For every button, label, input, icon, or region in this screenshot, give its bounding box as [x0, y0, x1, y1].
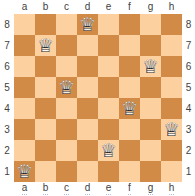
file-label-top-h: h — [161, 0, 182, 14]
square-h5[interactable] — [161, 77, 182, 98]
white-queen-outline-glyph: ♕ — [56, 77, 77, 98]
square-e4[interactable] — [98, 98, 119, 119]
white-queen-d8: ♛♕ — [77, 14, 98, 35]
rank-label-left-2: 2 — [0, 140, 14, 161]
rank-label-right-4: 4 — [182, 98, 195, 119]
square-a4[interactable] — [14, 98, 35, 119]
file-label-bottom-c-text[interactable]: c — [64, 183, 69, 195]
rank-label-right-2-text: 2 — [186, 146, 192, 156]
square-d3[interactable] — [77, 119, 98, 140]
square-e8[interactable] — [98, 14, 119, 35]
square-e6[interactable] — [98, 56, 119, 77]
rank-label-right-1: 1 — [182, 161, 195, 182]
rank-label-left-5: 5 — [0, 77, 14, 98]
square-c1[interactable] — [56, 161, 77, 182]
file-label-top-g: g — [140, 0, 161, 14]
square-b6[interactable] — [35, 56, 56, 77]
square-b3[interactable] — [35, 119, 56, 140]
file-label-bottom-b[interactable]: b — [35, 182, 56, 196]
square-a1[interactable]: ♛♕ — [14, 161, 35, 182]
file-label-top-e-text: e — [106, 2, 112, 12]
file-label-bottom-a-text[interactable]: a — [22, 183, 28, 195]
square-h7[interactable] — [161, 35, 182, 56]
file-label-top-a-text: a — [22, 2, 28, 12]
file-label-bottom-h-text[interactable]: h — [169, 183, 175, 195]
rank-label-left-3: 3 — [0, 119, 14, 140]
square-a6[interactable] — [14, 56, 35, 77]
square-e3[interactable] — [98, 119, 119, 140]
white-queen-e2: ♛♕ — [98, 140, 119, 161]
square-b2[interactable] — [35, 140, 56, 161]
white-queen-outline-glyph: ♕ — [119, 98, 140, 119]
rank-label-left-4-text: 4 — [4, 104, 10, 114]
square-f3[interactable] — [119, 119, 140, 140]
rank-label-right-7: 7 — [182, 35, 195, 56]
square-b5[interactable] — [35, 77, 56, 98]
file-label-bottom-b-text[interactable]: b — [43, 183, 49, 195]
file-label-top-h-text: h — [169, 2, 175, 12]
square-f1[interactable] — [119, 161, 140, 182]
square-h4[interactable] — [161, 98, 182, 119]
file-label-top-g-text: g — [148, 2, 154, 12]
square-f7[interactable] — [119, 35, 140, 56]
square-d6[interactable] — [77, 56, 98, 77]
square-a2[interactable] — [14, 140, 35, 161]
rank-label-right-5: 5 — [182, 77, 195, 98]
rank-label-left-8: 8 — [0, 14, 14, 35]
white-queen-outline-glyph: ♕ — [161, 119, 182, 140]
white-queen-outline-glyph: ♕ — [14, 161, 35, 182]
rank-label-left-1: 1 — [0, 161, 14, 182]
rank-label-right-8-text: 8 — [186, 20, 192, 30]
file-label-bottom-e-text[interactable]: e — [106, 183, 112, 195]
square-d7[interactable] — [77, 35, 98, 56]
square-f5[interactable] — [119, 77, 140, 98]
square-e7[interactable] — [98, 35, 119, 56]
rank-label-left-2-text: 2 — [4, 146, 10, 156]
rank-label-left-3-text: 3 — [4, 125, 10, 135]
rank-label-right-5-text: 5 — [186, 83, 192, 93]
square-b7[interactable]: ♛♕ — [35, 35, 56, 56]
file-label-bottom-g[interactable]: g — [140, 182, 161, 196]
rank-label-right-6: 6 — [182, 56, 195, 77]
rank-label-right-3-text: 3 — [186, 125, 192, 135]
square-g3[interactable] — [140, 119, 161, 140]
file-label-top-b-text: b — [43, 2, 49, 12]
chess-board-diagram: aabbccddeeffgghh8877665544332211♛♕♛♕♛♕♛♕… — [0, 0, 195, 196]
rank-label-left-5-text: 5 — [4, 83, 10, 93]
square-c3[interactable] — [56, 119, 77, 140]
square-b4[interactable] — [35, 98, 56, 119]
square-d2[interactable] — [77, 140, 98, 161]
white-queen-b7: ♛♕ — [35, 35, 56, 56]
square-g5[interactable] — [140, 77, 161, 98]
white-queen-outline-glyph: ♕ — [140, 56, 161, 77]
rank-label-right-6-text: 6 — [186, 62, 192, 72]
white-queen-h3: ♛♕ — [161, 119, 182, 140]
file-label-bottom-h[interactable]: h — [161, 182, 182, 196]
square-g8[interactable] — [140, 14, 161, 35]
rank-label-right-1-text: 1 — [186, 167, 192, 177]
rank-label-left-6: 6 — [0, 56, 14, 77]
rank-label-left-1-text: 1 — [4, 167, 10, 177]
file-label-top-f: f — [119, 0, 140, 14]
square-f6[interactable] — [119, 56, 140, 77]
square-b1[interactable] — [35, 161, 56, 182]
square-e1[interactable] — [98, 161, 119, 182]
rank-label-left-4: 4 — [0, 98, 14, 119]
square-c8[interactable] — [56, 14, 77, 35]
file-label-bottom-c[interactable]: c — [56, 182, 77, 196]
square-g1[interactable] — [140, 161, 161, 182]
white-queen-a1: ♛♕ — [14, 161, 35, 182]
white-queen-outline-glyph: ♕ — [77, 14, 98, 35]
file-label-bottom-g-text[interactable]: g — [148, 183, 154, 195]
rank-label-left-8-text: 8 — [4, 20, 10, 30]
square-a5[interactable] — [14, 77, 35, 98]
file-label-bottom-d-text[interactable]: d — [85, 183, 91, 195]
white-queen-c5: ♛♕ — [56, 77, 77, 98]
square-d1[interactable] — [77, 161, 98, 182]
file-label-bottom-d[interactable]: d — [77, 182, 98, 196]
file-label-top-d: d — [77, 0, 98, 14]
white-queen-f4: ♛♕ — [119, 98, 140, 119]
file-label-top-c-text: c — [64, 2, 69, 12]
white-queen-g6: ♛♕ — [140, 56, 161, 77]
white-queen-outline-glyph: ♕ — [98, 140, 119, 161]
file-label-top-e: e — [98, 0, 119, 14]
file-label-bottom-f-text[interactable]: f — [128, 183, 131, 195]
square-g4[interactable] — [140, 98, 161, 119]
square-g7[interactable] — [140, 35, 161, 56]
rank-label-right-2: 2 — [182, 140, 195, 161]
rank-label-left-7-text: 7 — [4, 41, 10, 51]
square-h8[interactable] — [161, 14, 182, 35]
file-label-top-b: b — [35, 0, 56, 14]
square-a3[interactable] — [14, 119, 35, 140]
square-h3[interactable]: ♛♕ — [161, 119, 182, 140]
square-f8[interactable] — [119, 14, 140, 35]
square-d4[interactable] — [77, 98, 98, 119]
square-h2[interactable] — [161, 140, 182, 161]
square-c6[interactable] — [56, 56, 77, 77]
square-a8[interactable] — [14, 14, 35, 35]
square-a7[interactable] — [14, 35, 35, 56]
square-f4[interactable]: ♛♕ — [119, 98, 140, 119]
white-queen-outline-glyph: ♕ — [35, 35, 56, 56]
rank-label-left-7: 7 — [0, 35, 14, 56]
square-h1[interactable] — [161, 161, 182, 182]
rank-label-right-3: 3 — [182, 119, 195, 140]
square-f2[interactable] — [119, 140, 140, 161]
rank-label-right-4-text: 4 — [186, 104, 192, 114]
square-d8[interactable]: ♛♕ — [77, 14, 98, 35]
square-b8[interactable] — [35, 14, 56, 35]
square-c2[interactable] — [56, 140, 77, 161]
file-label-bottom-a[interactable]: a — [14, 182, 35, 196]
square-e2[interactable]: ♛♕ — [98, 140, 119, 161]
file-label-top-c: c — [56, 0, 77, 14]
square-c4[interactable] — [56, 98, 77, 119]
rank-label-left-6-text: 6 — [4, 62, 10, 72]
file-label-top-a: a — [14, 0, 35, 14]
file-label-top-d-text: d — [85, 2, 91, 12]
file-label-bottom-e[interactable]: e — [98, 182, 119, 196]
square-g2[interactable] — [140, 140, 161, 161]
file-label-top-f-text: f — [128, 2, 131, 12]
square-g6[interactable]: ♛♕ — [140, 56, 161, 77]
rank-label-right-8: 8 — [182, 14, 195, 35]
square-h6[interactable] — [161, 56, 182, 77]
square-d5[interactable] — [77, 77, 98, 98]
file-label-bottom-f[interactable]: f — [119, 182, 140, 196]
rank-label-right-7-text: 7 — [186, 41, 192, 51]
square-c7[interactable] — [56, 35, 77, 56]
square-c5[interactable]: ♛♕ — [56, 77, 77, 98]
square-e5[interactable] — [98, 77, 119, 98]
